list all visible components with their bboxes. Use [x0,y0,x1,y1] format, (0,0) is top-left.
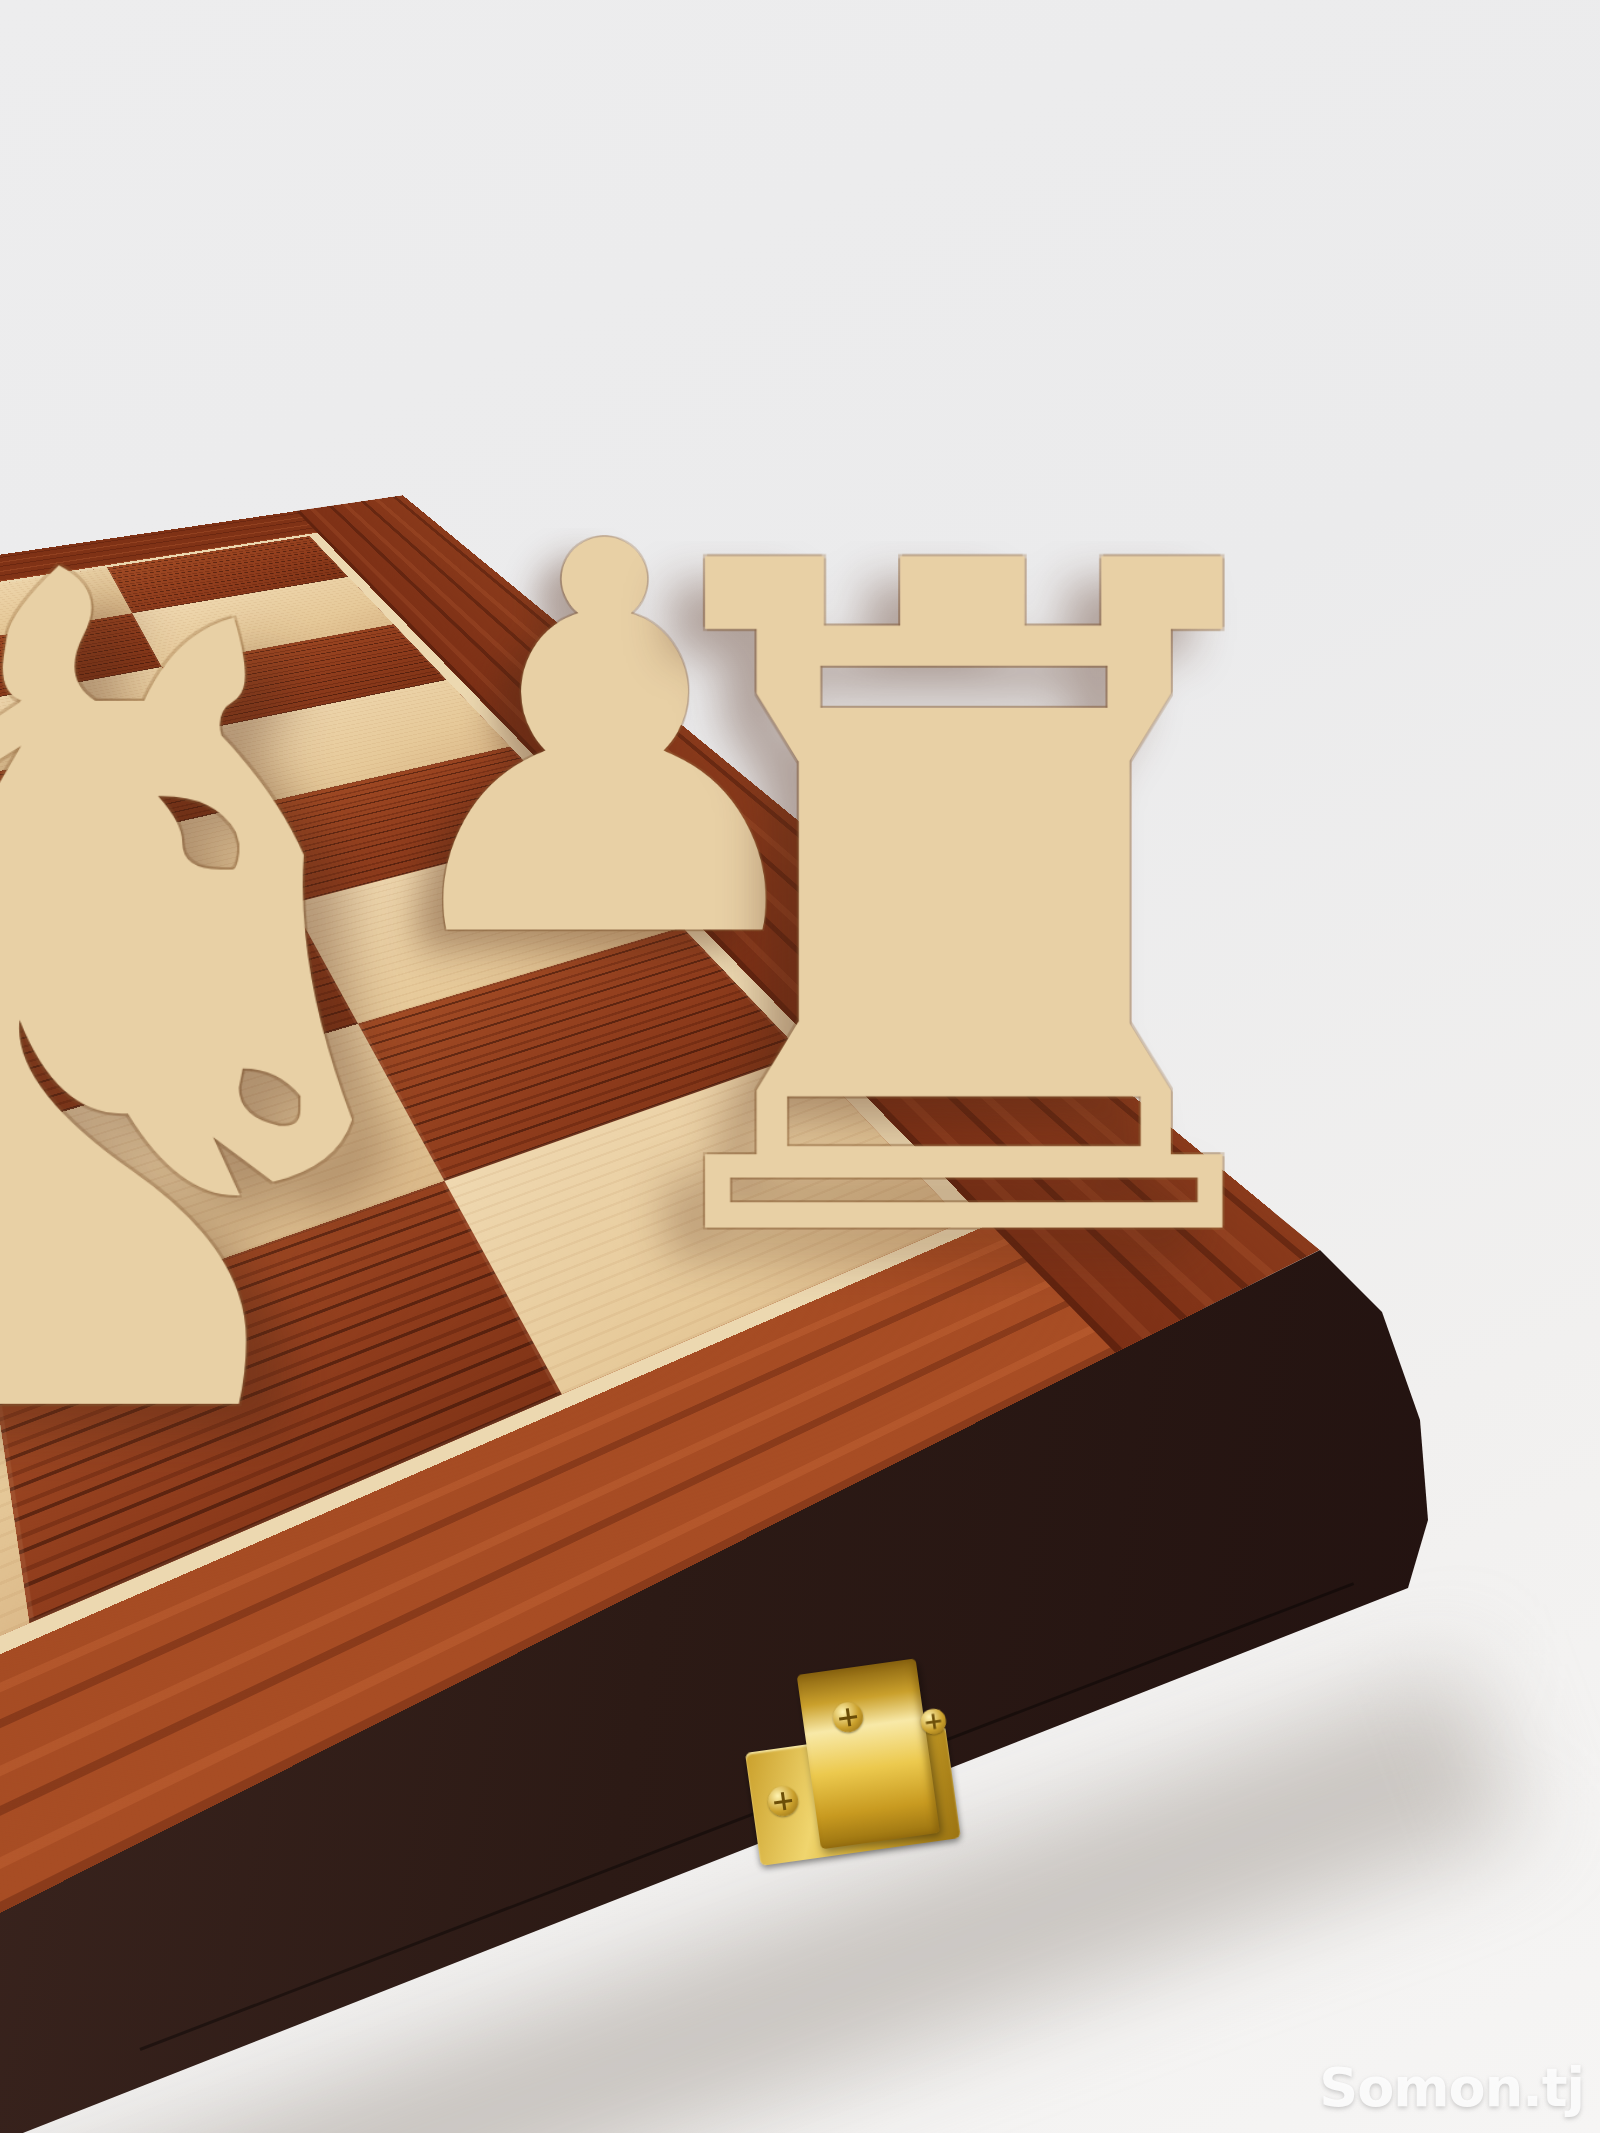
chess-board: ♟♟♟♞♜ [0,0,1600,1250]
brass-clasp [734,1648,973,1885]
clasp-latch [797,1658,940,1849]
square-g1[interactable]: ♞ [0,1181,562,1623]
watermark: Somon.tj [1319,2056,1584,2119]
white-knight[interactable]: ♞ [70,547,539,1466]
white-rook[interactable]: ♜ [552,541,960,1276]
